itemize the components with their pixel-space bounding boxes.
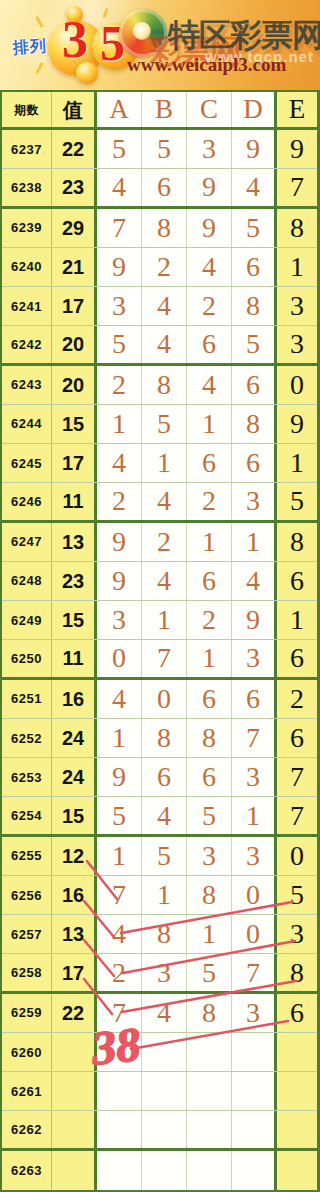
digit-cell-c (187, 1033, 232, 1071)
digit-cell-a: 9 (97, 248, 142, 286)
table-row: 62482394646 (2, 562, 317, 601)
digit-cell-b: 8 (142, 719, 187, 757)
digit-cell-b (142, 1151, 187, 1190)
period-cell: 6252 (2, 719, 52, 757)
digit-cell-e: 5 (277, 483, 317, 519)
period-cell: 6253 (2, 758, 52, 796)
table-row: 62411734283 (2, 287, 317, 326)
digit-cell-b: 8 (142, 209, 187, 247)
value-cell: 17 (52, 287, 97, 325)
digit-cell-d: 8 (232, 287, 277, 325)
value-cell: 24 (52, 758, 97, 796)
digit-cell-b: 5 (142, 130, 187, 168)
table-row: 62451741661 (2, 444, 317, 483)
digit-cell-e: 0 (277, 366, 317, 404)
period-cell: 6254 (2, 797, 52, 833)
period-cell: 6243 (2, 366, 52, 404)
digit-cell-e: 3 (277, 915, 317, 953)
handwritten-note: 38 (89, 1016, 142, 1076)
table-row: 62551215330 (2, 837, 317, 876)
digit-cell-d: 3 (232, 483, 277, 519)
digit-cell-b: 4 (142, 326, 187, 362)
table-row: 6261 (2, 1072, 317, 1111)
digit-cell-a: 2 (97, 366, 142, 404)
digit-cell-b: 5 (142, 837, 187, 875)
digit-cell-c: 3 (187, 837, 232, 875)
period-cell: 6246 (2, 483, 52, 519)
digit-cell-b: 2 (142, 248, 187, 286)
digit-cell-c: 8 (187, 719, 232, 757)
table-row: 62441515189 (2, 405, 317, 444)
digit-cell-d: 9 (232, 130, 277, 168)
digit-cell-a: 2 (97, 954, 142, 990)
table-row: 62491531291 (2, 601, 317, 640)
digit-cell-b: 4 (142, 287, 187, 325)
digit-cell-e: 7 (277, 758, 317, 796)
digit-cell-b: 4 (142, 994, 187, 1032)
digit-cell-d (232, 1033, 277, 1071)
table-row: 62561671805 (2, 876, 317, 915)
value-cell: 11 (52, 640, 97, 676)
digit-cell-d: 1 (232, 797, 277, 833)
digit-cell-d: 7 (232, 719, 277, 757)
digit-cell-b: 4 (142, 562, 187, 600)
digit-cell-d: 3 (232, 758, 277, 796)
digit-cell-a (97, 1111, 142, 1147)
value-cell: 22 (52, 130, 97, 168)
digit-cell-d (232, 1151, 277, 1190)
digit-cell-c: 1 (187, 640, 232, 676)
digit-cell-c: 9 (187, 169, 232, 205)
header-col-d: D (232, 92, 277, 127)
digit-cell-c: 4 (187, 366, 232, 404)
period-cell: 6238 (2, 169, 52, 205)
digit-cell-d: 5 (232, 209, 277, 247)
digit-cell-a: 9 (97, 758, 142, 796)
digit-cell-b: 1 (142, 601, 187, 639)
digit-cell-d: 0 (232, 876, 277, 914)
value-cell: 16 (52, 876, 97, 914)
digit-cell-a (97, 1072, 142, 1110)
digit-cell-c: 2 (187, 287, 232, 325)
digit-cell-c (187, 1072, 232, 1110)
header-col-a: A (97, 92, 142, 127)
value-cell: 29 (52, 209, 97, 247)
digit-cell-e: 6 (277, 719, 317, 757)
table-row: 62532496637 (2, 758, 317, 797)
period-cell: 6245 (2, 444, 52, 482)
digit-cell-b: 6 (142, 758, 187, 796)
digit-cell-b: 1 (142, 876, 187, 914)
digit-cell-c: 5 (187, 954, 232, 990)
digit-cell-c: 3 (187, 130, 232, 168)
digit-cell-e: 9 (277, 130, 317, 168)
table-row: 62392978958 (2, 209, 317, 248)
period-cell: 6259 (2, 994, 52, 1032)
table-row: 62511640662 (2, 680, 317, 719)
digit-cell-a: 7 (97, 209, 142, 247)
table-row: 62571348103 (2, 915, 317, 954)
table-row: 62471392118 (2, 523, 317, 562)
site-url: www.weicaipl3.com (127, 54, 286, 76)
value-cell: 20 (52, 366, 97, 404)
period-cell: 6241 (2, 287, 52, 325)
lottery-trend-chart: 排列 3 5 彩票网 特区彩票网 www.tqcp.net www.weicai… (0, 0, 320, 1192)
digit-cell-a (97, 1151, 142, 1190)
digit-cell-e: 7 (277, 797, 317, 833)
table-row: 62541554517 (2, 797, 317, 836)
table-row: 62382346947 (2, 169, 317, 208)
digit-cell-a: 1 (97, 405, 142, 443)
digit-cell-e: 8 (277, 209, 317, 247)
digit-cell-a: 1 (97, 719, 142, 757)
digit-cell-e (277, 1033, 317, 1071)
period-cell: 6258 (2, 954, 52, 990)
header-col-c: C (187, 92, 232, 127)
value-cell (52, 1111, 97, 1147)
period-cell: 6247 (2, 523, 52, 561)
digit-cell-c (187, 1111, 232, 1147)
digit-cell-e: 0 (277, 837, 317, 875)
digit-cell-a: 3 (97, 287, 142, 325)
digit-cell-e: 6 (277, 994, 317, 1032)
period-cell: 6242 (2, 326, 52, 362)
digit-cell-d: 9 (232, 601, 277, 639)
period-cell: 6237 (2, 130, 52, 168)
value-cell: 23 (52, 562, 97, 600)
digit-cell-e: 9 (277, 405, 317, 443)
period-cell: 6248 (2, 562, 52, 600)
logo-text-pailie: 排列 (12, 36, 47, 59)
digit-cell-b: 4 (142, 797, 187, 833)
value-cell: 15 (52, 797, 97, 833)
digit-cell-d: 8 (232, 405, 277, 443)
period-cell: 6240 (2, 248, 52, 286)
period-cell: 6239 (2, 209, 52, 247)
digit-cell-b: 0 (142, 680, 187, 718)
digit-cell-b: 4 (142, 483, 187, 519)
table-row: 62581723578 (2, 954, 317, 993)
digit-cell-d (232, 1072, 277, 1110)
digit-cell-a: 5 (97, 130, 142, 168)
digit-cell-e (277, 1111, 317, 1147)
digit-cell-a: 4 (97, 915, 142, 953)
digit-cell-b: 7 (142, 640, 187, 676)
digit-cell-b: 8 (142, 366, 187, 404)
table-row: 62422054653 (2, 326, 317, 365)
table-row: 62402192461 (2, 248, 317, 287)
value-cell: 17 (52, 444, 97, 482)
digit-cell-b: 8 (142, 915, 187, 953)
digit-cell-c (187, 1151, 232, 1190)
digit-cell-d: 6 (232, 366, 277, 404)
table-row: 62501107136 (2, 640, 317, 679)
digit-cell-c: 8 (187, 876, 232, 914)
digit-cell-c: 4 (187, 248, 232, 286)
digit-cell-b (142, 1072, 187, 1110)
value-cell: 12 (52, 837, 97, 875)
table-row: 62372255399 (2, 130, 317, 169)
value-cell: 20 (52, 326, 97, 362)
value-cell (52, 1072, 97, 1110)
digit-cell-d: 6 (232, 680, 277, 718)
digit-cell-e (277, 1072, 317, 1110)
digit-cell-d: 5 (232, 326, 277, 362)
digit-cell-d (232, 1111, 277, 1147)
digit-cell-e: 8 (277, 954, 317, 990)
digit-cell-a: 4 (97, 169, 142, 205)
value-cell: 17 (52, 954, 97, 990)
period-cell: 6263 (2, 1151, 52, 1190)
digit-cell-a: 4 (97, 444, 142, 482)
value-cell: 21 (52, 248, 97, 286)
period-cell: 6249 (2, 601, 52, 639)
period-cell: 6256 (2, 876, 52, 914)
value-cell: 16 (52, 680, 97, 718)
digit-cell-c: 8 (187, 994, 232, 1032)
digit-cell-e: 1 (277, 444, 317, 482)
digit-cell-b (142, 1111, 187, 1147)
digit-cell-e: 3 (277, 326, 317, 362)
digit-cell-a: 7 (97, 876, 142, 914)
value-cell: 24 (52, 719, 97, 757)
digit-cell-c: 5 (187, 797, 232, 833)
digit-cell-d: 4 (232, 562, 277, 600)
number-table: 期数 值 A B C D E 6237225539962382346947623… (0, 90, 320, 1192)
digit-cell-b (142, 1033, 187, 1071)
digit-cell-c: 1 (187, 915, 232, 953)
period-cell: 6262 (2, 1111, 52, 1147)
value-cell: 15 (52, 405, 97, 443)
digit-cell-d: 7 (232, 954, 277, 990)
digit-cell-d: 6 (232, 248, 277, 286)
header-col-b: B (142, 92, 187, 127)
digit-cell-b: 6 (142, 169, 187, 205)
value-cell (52, 1151, 97, 1190)
value-cell: 11 (52, 483, 97, 519)
digit-cell-c: 1 (187, 523, 232, 561)
table-row: 6260 (2, 1033, 317, 1072)
digit-cell-e: 1 (277, 248, 317, 286)
header-value: 值 (52, 92, 97, 127)
digit-cell-d: 3 (232, 994, 277, 1032)
digit-cell-b: 2 (142, 523, 187, 561)
digit-cell-d: 4 (232, 169, 277, 205)
digit-cell-e: 2 (277, 680, 317, 718)
digit-cell-c: 6 (187, 444, 232, 482)
digit-cell-d: 6 (232, 444, 277, 482)
digit-cell-c: 1 (187, 405, 232, 443)
digit-cell-e: 7 (277, 169, 317, 205)
header-col-e: E (277, 92, 317, 127)
digit-cell-a: 2 (97, 483, 142, 519)
digit-cell-a: 9 (97, 523, 142, 561)
digit-cell-e: 3 (277, 287, 317, 325)
site-banner: 排列 3 5 彩票网 特区彩票网 www.tqcp.net www.weicai… (0, 0, 320, 90)
digit-cell-a: 9 (97, 562, 142, 600)
digit-cell-e: 1 (277, 601, 317, 639)
digit-cell-a: 1 (97, 837, 142, 875)
period-cell: 6261 (2, 1072, 52, 1110)
logo-digit-3: 3 (62, 10, 88, 69)
table-row: 62432028460 (2, 366, 317, 405)
table-row: 62461124235 (2, 483, 317, 522)
period-cell: 6255 (2, 837, 52, 875)
digit-cell-c: 6 (187, 758, 232, 796)
digit-cell-c: 2 (187, 601, 232, 639)
digit-cell-a: 5 (97, 326, 142, 362)
value-cell: 13 (52, 915, 97, 953)
digit-cell-c: 6 (187, 326, 232, 362)
table-row: 62592274836 (2, 994, 317, 1033)
digit-cell-c: 6 (187, 562, 232, 600)
value-cell: 13 (52, 523, 97, 561)
digit-cell-d: 3 (232, 837, 277, 875)
digit-cell-e: 5 (277, 876, 317, 914)
digit-cell-b: 5 (142, 405, 187, 443)
digit-cell-e (277, 1151, 317, 1190)
period-cell: 6244 (2, 405, 52, 443)
table-row: 62522418876 (2, 719, 317, 758)
digit-cell-a: 0 (97, 640, 142, 676)
table-row: 6263 (2, 1151, 317, 1190)
period-cell: 6250 (2, 640, 52, 676)
digit-cell-e: 6 (277, 640, 317, 676)
period-cell: 6257 (2, 915, 52, 953)
digit-cell-c: 6 (187, 680, 232, 718)
digit-cell-d: 3 (232, 640, 277, 676)
digit-cell-e: 6 (277, 562, 317, 600)
digit-cell-c: 9 (187, 209, 232, 247)
digit-cell-e: 8 (277, 523, 317, 561)
period-cell: 6260 (2, 1033, 52, 1071)
period-cell: 6251 (2, 680, 52, 718)
digit-cell-b: 3 (142, 954, 187, 990)
value-cell: 23 (52, 169, 97, 205)
digit-cell-a: 3 (97, 601, 142, 639)
digit-cell-a: 4 (97, 680, 142, 718)
digit-cell-c: 2 (187, 483, 232, 519)
digit-cell-a: 5 (97, 797, 142, 833)
digit-cell-b: 1 (142, 444, 187, 482)
header-period: 期数 (2, 92, 52, 127)
digit-cell-d: 0 (232, 915, 277, 953)
value-cell: 15 (52, 601, 97, 639)
table-row: 6262 (2, 1111, 317, 1150)
digit-cell-d: 1 (232, 523, 277, 561)
table-header-row: 期数 值 A B C D E (2, 92, 317, 130)
